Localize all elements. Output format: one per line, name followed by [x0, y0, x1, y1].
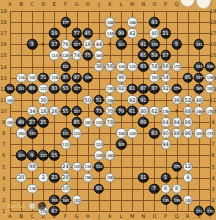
stone-white: 6 — [160, 184, 170, 194]
stone-white: 10 — [60, 184, 70, 194]
stone-white: 130 — [105, 84, 115, 94]
column-label: P — [164, 1, 167, 6]
stone-white: 138 — [27, 184, 37, 194]
stone-white: 176 — [160, 106, 170, 116]
row-label: 18 — [0, 20, 6, 25]
stone-black: 79 — [116, 106, 126, 116]
stone-black: 61 — [127, 106, 137, 116]
stone-white: 178 — [205, 106, 215, 116]
stone-black: 95 — [183, 72, 193, 82]
stone-black: 131 — [16, 84, 26, 94]
stone-black: 51 — [94, 95, 104, 105]
stone-white: 44 — [94, 39, 104, 49]
watermark: Baduk — [7, 202, 46, 210]
stone-black: 141 — [194, 39, 204, 49]
stone-white: 78 — [105, 117, 115, 127]
column-label: A — [8, 213, 11, 218]
stone-black: 55 — [60, 106, 70, 116]
column-label: E — [53, 1, 56, 6]
row-label: 6 — [211, 153, 214, 158]
stone-white: 66 — [160, 61, 170, 71]
stone-black: 175 — [171, 161, 181, 171]
column-label: G — [75, 213, 79, 218]
stone-white: 148 — [94, 150, 104, 160]
column-label: B — [19, 1, 22, 6]
stone-black: 81 — [127, 84, 137, 94]
stone-white: 76 — [60, 39, 70, 49]
stone-black: 135 — [160, 195, 170, 205]
stone-white: 56 — [105, 61, 115, 71]
stone-black: 87 — [138, 84, 148, 94]
stone-white: 96 — [183, 128, 193, 138]
stone-black: 173 — [205, 206, 215, 216]
row-label: 19 — [210, 9, 216, 14]
stone-white: 156 — [83, 172, 93, 182]
column-label: L — [120, 213, 123, 218]
column-label: O — [152, 1, 156, 6]
stone-white: 182 — [205, 84, 215, 94]
stone-black: 137 — [38, 150, 48, 160]
watermark-white-stone-icon — [28, 202, 36, 210]
stone-black: 45 — [83, 28, 93, 38]
column-label: Q — [175, 213, 179, 218]
stone-black: 121 — [60, 61, 70, 71]
stone-white: 4 — [183, 172, 193, 182]
stone-white: 154 — [149, 72, 159, 82]
stone-white: 124 — [94, 139, 104, 149]
row-label: 9 — [211, 120, 214, 125]
stone-white: 20 — [16, 172, 26, 182]
stone-white: 104 — [127, 128, 137, 138]
stone-black: 7 — [149, 184, 159, 194]
stone-black: 103 — [116, 39, 126, 49]
row-label: 4 — [211, 175, 214, 180]
stone-black: 59 — [149, 50, 159, 60]
stone-white: 26 — [49, 106, 59, 116]
stone-black: 9 — [27, 150, 37, 160]
stone-black: 149 — [205, 61, 215, 71]
row-label: 6 — [2, 153, 5, 158]
row-label: 7 — [211, 142, 214, 147]
stone-white: 12 — [183, 161, 193, 171]
row-label: 5 — [211, 164, 214, 169]
column-label: H — [86, 213, 90, 218]
stone-black: 77 — [71, 28, 81, 38]
stone-white: 62 — [149, 106, 159, 116]
stone-white: 42 — [127, 28, 137, 38]
row-label: 3 — [2, 186, 5, 191]
stone-black: 139 — [171, 195, 181, 205]
stone-white: 92 — [127, 95, 137, 105]
column-label: Q — [175, 1, 179, 6]
row-label: 19 — [0, 9, 6, 14]
stone-white: 114 — [49, 50, 59, 60]
stone-white: 134 — [83, 161, 93, 171]
row-label: 16 — [210, 42, 216, 47]
row-label: 10 — [0, 109, 6, 114]
stone-black: 129 — [16, 150, 26, 160]
stone-white: 32 — [160, 84, 170, 94]
row-label: 2 — [2, 197, 5, 202]
row-label: 5 — [2, 164, 5, 169]
stone-black: 89 — [27, 84, 37, 94]
stone-black: 145 — [149, 39, 159, 49]
stone-white: 58 — [149, 61, 159, 71]
column-label: H — [86, 1, 90, 6]
stone-black: 111 — [60, 128, 70, 138]
stone-white: 30 — [38, 95, 48, 105]
stone-black: 49 — [16, 117, 26, 127]
stone-black: 53 — [60, 84, 70, 94]
stone-black: 43 — [149, 17, 159, 27]
stone-white: 34 — [27, 106, 37, 116]
column-label: R — [186, 213, 189, 218]
stone-white: 70 — [105, 106, 115, 116]
stone-white: 124 — [127, 61, 137, 71]
column-label: K — [108, 1, 111, 6]
stone-black: 15 — [49, 150, 59, 160]
stone-black: 37 — [149, 84, 159, 94]
column-label: A — [8, 1, 11, 6]
stone-black: 153 — [27, 128, 37, 138]
stone-white: 132 — [94, 117, 104, 127]
stone-black: 161 — [5, 84, 15, 94]
column-label: N — [141, 213, 145, 218]
stone-white: 174 — [205, 128, 215, 138]
stone-white: 106 — [105, 95, 115, 105]
row-label: 3 — [211, 186, 214, 191]
column-label: P — [164, 213, 167, 218]
stone-black: 143 — [194, 61, 204, 71]
stone-black: 133 — [94, 161, 104, 171]
stone-white: 38 — [94, 61, 104, 71]
stone-white: 74 — [71, 50, 81, 60]
stone-black: 17 — [49, 39, 59, 49]
stone-white: 126 — [116, 61, 126, 71]
stone-white: 90 — [160, 128, 170, 138]
stone-white: 164 — [94, 50, 104, 60]
column-label: D — [41, 1, 45, 6]
row-label: 17 — [210, 31, 216, 36]
stone-white: 82 — [116, 84, 126, 94]
stone-white: 118 — [49, 72, 59, 82]
top-right-button-2[interactable] — [196, 0, 211, 9]
stone-white: 110 — [71, 128, 81, 138]
stone-white: 108 — [116, 128, 126, 138]
column-label: C — [30, 213, 34, 218]
stone-white: 24 — [60, 161, 70, 171]
stone-black: 69 — [138, 117, 148, 127]
row-label: 16 — [0, 42, 6, 47]
stone-white: 142 — [71, 195, 81, 205]
stone-white: 98 — [27, 161, 37, 171]
stone-black: 105 — [116, 139, 126, 149]
stone-white: 136 — [205, 72, 215, 82]
stone-black: 179 — [171, 84, 181, 94]
stone-black: 109 — [83, 72, 93, 82]
stone-white: 80 — [138, 106, 148, 116]
stone-black: 21 — [160, 28, 170, 38]
stone-white: 88 — [171, 128, 181, 138]
stone-black: 65 — [138, 50, 148, 60]
stone-black: 25 — [38, 117, 48, 127]
stone-white: 150 — [16, 128, 26, 138]
stone-black: 63 — [138, 61, 148, 71]
stone-black: 117 — [71, 84, 81, 94]
stone-black: 107 — [71, 106, 81, 116]
stone-black: 127 — [71, 39, 81, 49]
stone-white: 166 — [127, 17, 137, 27]
row-label: 15 — [210, 53, 216, 58]
stone-white: 68 — [183, 106, 193, 116]
row-label: 18 — [210, 20, 216, 25]
stone-white: 28 — [60, 172, 70, 182]
stone-white: 146 — [194, 106, 204, 116]
stone-black: 97 — [71, 72, 81, 82]
go-board[interactable]: AABBCCDDEEFFGGHHJJKKLLMMNNOOPPQQRRSSTT19… — [0, 0, 216, 220]
column-label: G — [75, 1, 79, 6]
stone-black: 171 — [194, 206, 204, 216]
column-label: F — [64, 213, 67, 218]
column-label: M — [130, 213, 134, 218]
stone-white: 86 — [183, 117, 193, 127]
stone-black: 73 — [94, 106, 104, 116]
column-label: C — [30, 1, 34, 6]
row-label: 8 — [2, 131, 5, 136]
stone-black: 165 — [194, 84, 204, 94]
stone-black: 5 — [171, 39, 181, 49]
stone-black: 75 — [83, 50, 93, 60]
row-label: 17 — [0, 31, 6, 36]
stone-black: 33 — [49, 84, 59, 94]
row-label: 2 — [211, 197, 214, 202]
stone-black: 91 — [138, 95, 148, 105]
column-label: K — [108, 213, 111, 218]
stone-black: 71 — [38, 72, 48, 82]
stone-white: 48 — [194, 95, 204, 105]
stone-white: 140 — [183, 195, 193, 205]
stone-black: 83 — [149, 128, 159, 138]
stone-black: 23 — [49, 172, 59, 182]
stone-white: 94 — [160, 139, 170, 149]
row-label: 4 — [2, 175, 5, 180]
stone-white: 46 — [116, 72, 126, 82]
stone-black: 27 — [27, 117, 37, 127]
stone-white: 50 — [83, 95, 93, 105]
column-label: M — [130, 1, 134, 6]
stone-white: 128 — [60, 50, 70, 60]
stone-black: 11 — [138, 172, 148, 182]
top-right-button-1[interactable] — [180, 0, 195, 7]
stone-white: 2 — [38, 172, 48, 182]
stone-white: 112 — [60, 139, 70, 149]
stone-white: 52 — [183, 95, 193, 105]
stone-white: 84 — [171, 117, 181, 127]
column-label: J — [98, 213, 99, 218]
stone-black: 93 — [94, 184, 104, 194]
stone-black: 1 — [160, 172, 170, 182]
stone-black: 155 — [49, 195, 59, 205]
stone-black: 19 — [49, 28, 59, 38]
column-label: F — [64, 1, 67, 6]
column-label: L — [120, 1, 123, 6]
stone-white: 18 — [38, 106, 48, 116]
row-label: 15 — [0, 53, 6, 58]
stone-white: 36 — [171, 95, 181, 105]
column-label: B — [19, 213, 22, 218]
stone-white: 168 — [105, 17, 115, 27]
row-label: 7 — [2, 142, 5, 147]
stone-white: 8 — [171, 184, 181, 194]
stone-white: 102 — [27, 72, 37, 82]
stone-white: 40 — [149, 28, 159, 38]
stone-black: 3 — [27, 39, 37, 49]
row-label: 11 — [210, 97, 216, 102]
stone-black: 177 — [60, 17, 70, 27]
stone-white: 54 — [160, 72, 170, 82]
stone-white: 116 — [16, 72, 26, 82]
stone-black: 147 — [194, 72, 204, 82]
stone-black: 35 — [60, 72, 70, 82]
stone-white: 182 — [83, 117, 93, 127]
stone-white: 100 — [194, 128, 204, 138]
row-label: 1 — [2, 209, 5, 214]
stone-white: 64 — [160, 117, 170, 127]
column-label: O — [152, 213, 156, 218]
stone-white: 152 — [5, 117, 15, 127]
column-label: J — [98, 1, 99, 6]
row-label: 14 — [0, 64, 6, 69]
stone-white: 122 — [38, 84, 48, 94]
stone-white: 180 — [105, 172, 115, 182]
stone-black: 41 — [138, 39, 148, 49]
stone-white: 16 — [83, 39, 93, 49]
watermark-text: Baduk — [7, 203, 26, 209]
stone-white: 162 — [5, 95, 15, 105]
stone-black: 67 — [49, 206, 59, 216]
stone-black: 163 — [60, 195, 70, 205]
stone-white: 160 — [105, 150, 115, 160]
stone-black: 85 — [71, 117, 81, 127]
stone-white: 144 — [105, 28, 115, 38]
row-label: 13 — [0, 75, 6, 80]
column-label: N — [141, 1, 145, 6]
stone-black: 99 — [116, 28, 126, 38]
stone-white: 120 — [71, 161, 81, 171]
watermark-black-stone-icon — [38, 202, 46, 210]
stone-black: 57 — [160, 50, 170, 60]
stone-white: 172 — [171, 61, 181, 71]
